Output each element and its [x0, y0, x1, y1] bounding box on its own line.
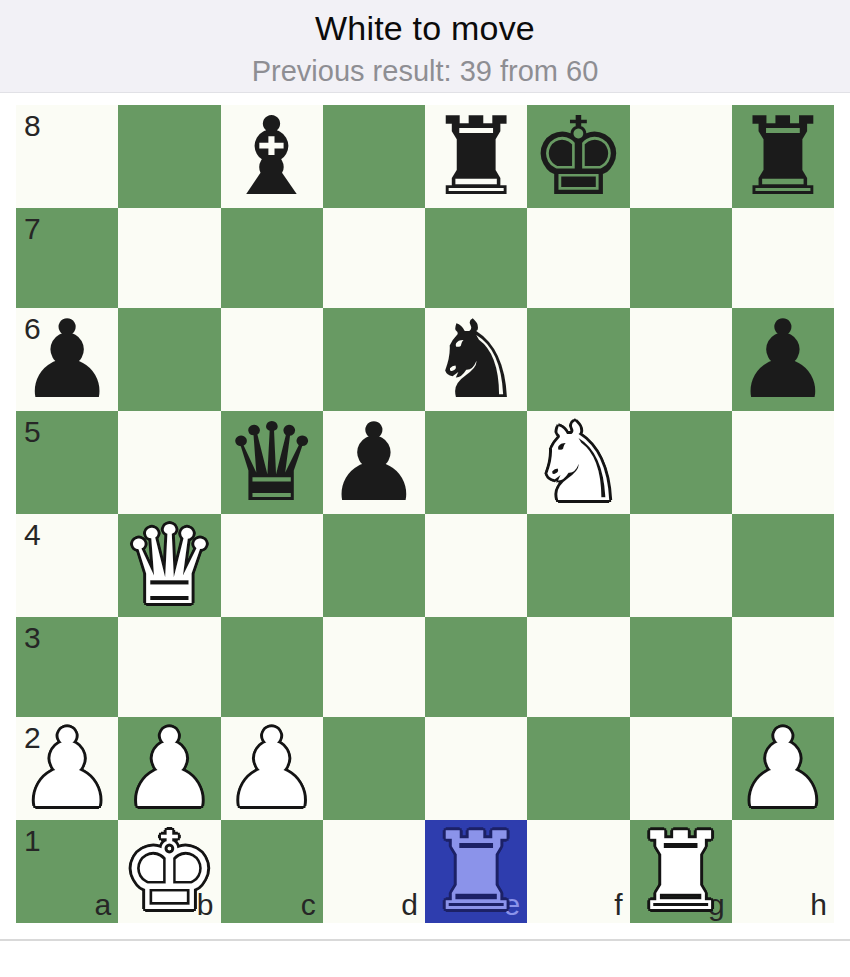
white-pawn-c2: ♟ — [223, 717, 320, 820]
square-f6[interactable] — [527, 308, 629, 411]
square-a6[interactable]: 6♟ — [16, 308, 118, 411]
file-label-f: f — [614, 890, 622, 920]
white-knight-f5: ♞ — [530, 411, 627, 514]
file-label-c: c — [301, 890, 316, 920]
white-rook-g1: ♜ — [632, 820, 729, 923]
square-h3[interactable] — [732, 617, 834, 717]
square-g3[interactable] — [630, 617, 732, 717]
rank-label-4: 4 — [24, 520, 41, 550]
square-a8[interactable]: 8 — [16, 105, 118, 208]
square-c1[interactable]: c — [221, 820, 323, 923]
square-c6[interactable] — [221, 308, 323, 411]
square-g5[interactable] — [630, 411, 732, 514]
square-a1[interactable]: 1a — [16, 820, 118, 923]
white-rook-e1: ♜ — [428, 820, 525, 923]
file-label-a: a — [95, 890, 112, 920]
square-d2[interactable] — [323, 717, 425, 820]
black-pawn-d5: ♟ — [325, 411, 422, 514]
black-knight-e6: ♞ — [428, 308, 525, 411]
square-h4[interactable] — [732, 514, 834, 617]
square-e5[interactable] — [425, 411, 527, 514]
square-c8[interactable]: ♝ — [221, 105, 323, 208]
square-b1[interactable]: b♚ — [118, 820, 220, 923]
chess-board: 8♝♜♚♜76♟♞♟5♛♟♞4♛32♟♟♟♟1ab♚cde♜fg♜h — [16, 105, 834, 923]
black-queen-c5: ♛ — [223, 411, 320, 514]
square-h7[interactable] — [732, 208, 834, 308]
square-e3[interactable] — [425, 617, 527, 717]
square-g2[interactable] — [630, 717, 732, 820]
square-e2[interactable] — [425, 717, 527, 820]
black-pawn-h6: ♟ — [734, 308, 831, 411]
footer-divider — [0, 939, 850, 941]
square-c4[interactable] — [221, 514, 323, 617]
square-f5[interactable]: ♞ — [527, 411, 629, 514]
square-e7[interactable] — [425, 208, 527, 308]
turn-indicator: White to move — [315, 9, 535, 48]
previous-result: Previous result: 39 from 60 — [252, 55, 599, 88]
file-label-h: h — [810, 890, 827, 920]
square-b2[interactable]: ♟ — [118, 717, 220, 820]
square-d4[interactable] — [323, 514, 425, 617]
square-f1[interactable]: f — [527, 820, 629, 923]
square-c5[interactable]: ♛ — [221, 411, 323, 514]
white-king-b1: ♚ — [121, 820, 218, 923]
square-e6[interactable]: ♞ — [425, 308, 527, 411]
square-d1[interactable]: d — [323, 820, 425, 923]
rank-label-7: 7 — [24, 214, 41, 244]
square-e4[interactable] — [425, 514, 527, 617]
square-d6[interactable] — [323, 308, 425, 411]
square-g1[interactable]: g♜ — [630, 820, 732, 923]
square-d3[interactable] — [323, 617, 425, 717]
square-d8[interactable] — [323, 105, 425, 208]
square-h5[interactable] — [732, 411, 834, 514]
square-e8[interactable]: ♜ — [425, 105, 527, 208]
black-rook-h8: ♜ — [734, 105, 831, 208]
square-b7[interactable] — [118, 208, 220, 308]
square-a4[interactable]: 4 — [16, 514, 118, 617]
white-queen-b4: ♛ — [121, 514, 218, 617]
white-pawn-a2: ♟ — [19, 717, 116, 820]
square-f8[interactable]: ♚ — [527, 105, 629, 208]
square-h2[interactable]: ♟ — [732, 717, 834, 820]
square-b4[interactable]: ♛ — [118, 514, 220, 617]
square-d7[interactable] — [323, 208, 425, 308]
square-c7[interactable] — [221, 208, 323, 308]
square-g4[interactable] — [630, 514, 732, 617]
square-c2[interactable]: ♟ — [221, 717, 323, 820]
square-f2[interactable] — [527, 717, 629, 820]
square-f3[interactable] — [527, 617, 629, 717]
square-b6[interactable] — [118, 308, 220, 411]
square-e1[interactable]: e♜ — [425, 820, 527, 923]
rank-label-3: 3 — [24, 623, 41, 653]
black-rook-e8: ♜ — [428, 105, 525, 208]
puzzle-header: White to move Previous result: 39 from 6… — [0, 0, 850, 93]
white-pawn-h2: ♟ — [734, 717, 831, 820]
square-g6[interactable] — [630, 308, 732, 411]
square-g8[interactable] — [630, 105, 732, 208]
square-d5[interactable]: ♟ — [323, 411, 425, 514]
square-b3[interactable] — [118, 617, 220, 717]
square-a2[interactable]: 2♟ — [16, 717, 118, 820]
square-h8[interactable]: ♜ — [732, 105, 834, 208]
square-b8[interactable] — [118, 105, 220, 208]
square-a3[interactable]: 3 — [16, 617, 118, 717]
black-pawn-a6: ♟ — [19, 308, 116, 411]
square-c3[interactable] — [221, 617, 323, 717]
square-f4[interactable] — [527, 514, 629, 617]
file-label-d: d — [401, 890, 418, 920]
square-a5[interactable]: 5 — [16, 411, 118, 514]
square-h1[interactable]: h — [732, 820, 834, 923]
square-f7[interactable] — [527, 208, 629, 308]
rank-label-8: 8 — [24, 111, 41, 141]
square-h6[interactable]: ♟ — [732, 308, 834, 411]
black-bishop-c8: ♝ — [223, 105, 320, 208]
square-g7[interactable] — [630, 208, 732, 308]
square-b5[interactable] — [118, 411, 220, 514]
square-a7[interactable]: 7 — [16, 208, 118, 308]
white-pawn-b2: ♟ — [121, 717, 218, 820]
black-king-f8: ♚ — [530, 105, 627, 208]
